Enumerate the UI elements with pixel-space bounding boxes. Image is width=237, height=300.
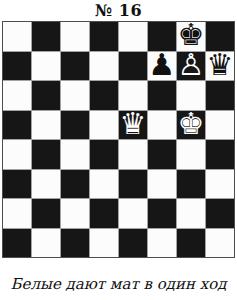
square-b8[interactable]: [32, 22, 60, 51]
square-b5[interactable]: [32, 111, 60, 140]
square-e4[interactable]: [119, 140, 147, 169]
square-h1[interactable]: [206, 229, 234, 258]
square-e3[interactable]: [119, 170, 147, 199]
square-d1[interactable]: [90, 229, 118, 258]
square-h2[interactable]: [206, 199, 234, 228]
square-f1[interactable]: [148, 229, 176, 258]
square-c2[interactable]: [61, 199, 89, 228]
black-pawn-piece: ♟: [149, 52, 176, 80]
puzzle-caption: Белые дают мат в один ход: [0, 275, 237, 293]
square-d7[interactable]: [90, 52, 118, 81]
square-e2[interactable]: [119, 199, 147, 228]
square-e6[interactable]: [119, 81, 147, 110]
square-c7[interactable]: [61, 52, 89, 81]
square-a4[interactable]: [3, 140, 31, 169]
square-g5[interactable]: ♚: [177, 111, 205, 140]
square-a3[interactable]: [3, 170, 31, 199]
white-queen-piece: ♛: [120, 111, 147, 139]
square-b2[interactable]: [32, 199, 60, 228]
white-king-piece: ♚: [178, 111, 205, 139]
square-a8[interactable]: [3, 22, 31, 51]
square-a6[interactable]: [3, 81, 31, 110]
square-a7[interactable]: [3, 52, 31, 81]
square-a2[interactable]: [3, 199, 31, 228]
square-d5[interactable]: [90, 111, 118, 140]
chess-board: ♚♟♙♛♛♚: [2, 21, 235, 258]
square-f7[interactable]: ♟: [148, 52, 176, 81]
puzzle-page: № 16 ♚♟♙♛♛♚ Белые дают мат в один ход: [0, 0, 237, 300]
square-d6[interactable]: [90, 81, 118, 110]
square-h8[interactable]: [206, 22, 234, 51]
square-h3[interactable]: [206, 170, 234, 199]
square-h4[interactable]: [206, 140, 234, 169]
square-d8[interactable]: [90, 22, 118, 51]
square-g2[interactable]: [177, 199, 205, 228]
square-h5[interactable]: [206, 111, 234, 140]
square-c3[interactable]: [61, 170, 89, 199]
white-pawn-piece: ♙: [178, 52, 205, 80]
square-g3[interactable]: [177, 170, 205, 199]
square-b1[interactable]: [32, 229, 60, 258]
square-c5[interactable]: [61, 111, 89, 140]
square-e8[interactable]: [119, 22, 147, 51]
square-h7[interactable]: ♛: [206, 52, 234, 81]
square-b7[interactable]: [32, 52, 60, 81]
square-d4[interactable]: [90, 140, 118, 169]
square-e5[interactable]: ♛: [119, 111, 147, 140]
square-c1[interactable]: [61, 229, 89, 258]
square-g6[interactable]: [177, 81, 205, 110]
square-a1[interactable]: [3, 229, 31, 258]
square-g4[interactable]: [177, 140, 205, 169]
square-b3[interactable]: [32, 170, 60, 199]
square-e7[interactable]: [119, 52, 147, 81]
square-g7[interactable]: ♙: [177, 52, 205, 81]
square-h6[interactable]: [206, 81, 234, 110]
square-e1[interactable]: [119, 229, 147, 258]
square-d2[interactable]: [90, 199, 118, 228]
square-c6[interactable]: [61, 81, 89, 110]
square-f5[interactable]: [148, 111, 176, 140]
puzzle-number: № 16: [0, 0, 237, 21]
square-c4[interactable]: [61, 140, 89, 169]
square-a5[interactable]: [3, 111, 31, 140]
square-f6[interactable]: [148, 81, 176, 110]
square-f3[interactable]: [148, 170, 176, 199]
square-b4[interactable]: [32, 140, 60, 169]
square-f2[interactable]: [148, 199, 176, 228]
black-king-piece: ♚: [178, 22, 205, 50]
square-g8[interactable]: ♚: [177, 22, 205, 51]
square-f8[interactable]: [148, 22, 176, 51]
square-d3[interactable]: [90, 170, 118, 199]
square-c8[interactable]: [61, 22, 89, 51]
square-g1[interactable]: [177, 229, 205, 258]
square-b6[interactable]: [32, 81, 60, 110]
black-queen-piece: ♛: [207, 52, 234, 80]
square-f4[interactable]: [148, 140, 176, 169]
